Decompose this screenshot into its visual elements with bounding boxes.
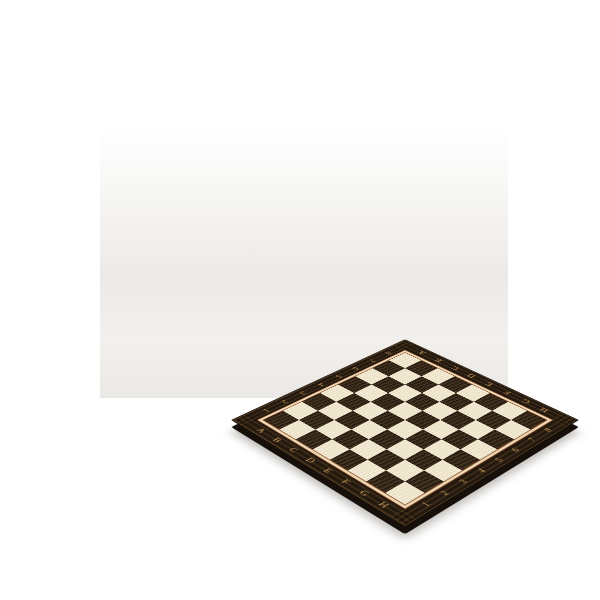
board-field [264,353,547,505]
product-photo-backdrop: ABCDEFGH ABCDEFGH 87654321 87654321 [100,128,508,398]
pinstripe-outer [257,350,554,510]
pinstripe-inner [262,352,548,505]
page-background: { "game": "chess", "position": { "fen": … [0,0,600,600]
chess-board: ABCDEFGH ABCDEFGH 87654321 87654321 [231,339,579,527]
pinstripe-cream [258,350,552,508]
